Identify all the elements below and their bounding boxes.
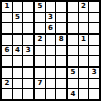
cell-r2c9[interactable] [89, 13, 99, 23]
cell-r8c5[interactable] [46, 79, 56, 89]
cell-r3c8[interactable] [79, 23, 89, 33]
cell-r8c8[interactable] [79, 79, 89, 89]
cell-r9c2[interactable] [13, 89, 23, 99]
cell-r1c5[interactable] [46, 2, 56, 12]
sudoku-box-8: 7 [35, 68, 66, 99]
cell-r2c1[interactable] [2, 13, 12, 23]
cell-r2c7[interactable] [68, 13, 78, 23]
cell-r2c5[interactable]: 3 [46, 13, 56, 23]
sudoku-box-3: 2 [68, 2, 99, 33]
cell-r6c8[interactable] [79, 56, 89, 66]
cell-r8c1[interactable]: 2 [2, 79, 12, 89]
cell-r2c6[interactable] [56, 13, 66, 23]
cell-r9c8[interactable] [79, 89, 89, 99]
cell-r5c9[interactable] [89, 46, 99, 56]
cell-r7c1[interactable] [2, 68, 12, 78]
cell-r9c1[interactable] [2, 89, 12, 99]
cell-r5c1[interactable]: 6 [2, 46, 12, 56]
cell-r6c5[interactable] [46, 56, 56, 66]
cell-r6c2[interactable] [13, 56, 23, 66]
cell-r6c1[interactable] [2, 56, 12, 66]
cell-r4c7[interactable] [68, 35, 78, 45]
cell-r6c9[interactable] [89, 56, 99, 66]
cell-r5c5[interactable] [46, 46, 56, 56]
cell-r9c5[interactable] [46, 89, 56, 99]
cell-r5c3[interactable]: 3 [23, 46, 33, 56]
cell-r1c3[interactable] [23, 2, 33, 12]
cell-r4c9[interactable] [89, 35, 99, 45]
sudoku-board: 15536264328127534 [0, 0, 101, 101]
cell-r3c1[interactable] [2, 23, 12, 33]
cell-r1c6[interactable] [56, 2, 66, 12]
cell-r1c1[interactable]: 1 [2, 2, 12, 12]
cell-r7c2[interactable] [13, 68, 23, 78]
cell-r1c4[interactable]: 5 [35, 2, 45, 12]
cell-r8c9[interactable] [89, 79, 99, 89]
cell-r7c6[interactable] [56, 68, 66, 78]
cell-r2c4[interactable] [35, 13, 45, 23]
sudoku-box-5: 28 [35, 35, 66, 66]
cell-r8c4[interactable]: 7 [35, 79, 45, 89]
cell-r5c6[interactable] [56, 46, 66, 56]
cell-r3c2[interactable] [13, 23, 23, 33]
cell-r6c4[interactable] [35, 56, 45, 66]
cell-r5c4[interactable] [35, 46, 45, 56]
cell-r1c2[interactable] [13, 2, 23, 12]
cell-r2c8[interactable] [79, 13, 89, 23]
cell-r4c8[interactable]: 1 [79, 35, 89, 45]
cell-r4c1[interactable] [2, 35, 12, 45]
cell-r9c9[interactable] [89, 89, 99, 99]
cell-r3c5[interactable]: 6 [46, 23, 56, 33]
cell-r2c2[interactable]: 5 [13, 13, 23, 23]
cell-r5c7[interactable] [68, 46, 78, 56]
cell-r9c6[interactable] [56, 89, 66, 99]
sudoku-box-7: 2 [2, 68, 33, 99]
cell-r5c2[interactable]: 4 [13, 46, 23, 56]
cell-r6c3[interactable] [23, 56, 33, 66]
cell-r1c9[interactable] [89, 2, 99, 12]
cell-r5c8[interactable] [79, 46, 89, 56]
cell-r2c3[interactable] [23, 13, 33, 23]
cell-r7c7[interactable]: 5 [68, 68, 78, 78]
cell-r1c8[interactable]: 2 [79, 2, 89, 12]
sudoku-box-1: 15 [2, 2, 33, 33]
cell-r7c9[interactable]: 3 [89, 68, 99, 78]
cell-r8c2[interactable] [13, 79, 23, 89]
cell-r9c3[interactable] [23, 89, 33, 99]
cell-r3c6[interactable] [56, 23, 66, 33]
cell-r4c4[interactable]: 2 [35, 35, 45, 45]
cell-r4c5[interactable] [46, 35, 56, 45]
cell-r7c5[interactable] [46, 68, 56, 78]
cell-r3c4[interactable] [35, 23, 45, 33]
cell-r1c7[interactable] [68, 2, 78, 12]
cell-r9c7[interactable]: 4 [68, 89, 78, 99]
sudoku-box-4: 643 [2, 35, 33, 66]
cell-r8c3[interactable] [23, 79, 33, 89]
cell-r9c4[interactable] [35, 89, 45, 99]
sudoku-box-9: 534 [68, 68, 99, 99]
cell-r8c7[interactable] [68, 79, 78, 89]
cell-r3c9[interactable] [89, 23, 99, 33]
cell-r4c6[interactable]: 8 [56, 35, 66, 45]
cell-r3c7[interactable] [68, 23, 78, 33]
cell-r7c4[interactable] [35, 68, 45, 78]
cell-r6c6[interactable] [56, 56, 66, 66]
cell-r7c8[interactable] [79, 68, 89, 78]
sudoku-box-2: 536 [35, 2, 66, 33]
cell-r8c6[interactable] [56, 79, 66, 89]
cell-r4c3[interactable] [23, 35, 33, 45]
sudoku-box-6: 1 [68, 35, 99, 66]
cell-r3c3[interactable] [23, 23, 33, 33]
cell-r6c7[interactable] [68, 56, 78, 66]
cell-r7c3[interactable] [23, 68, 33, 78]
cell-r4c2[interactable] [13, 35, 23, 45]
